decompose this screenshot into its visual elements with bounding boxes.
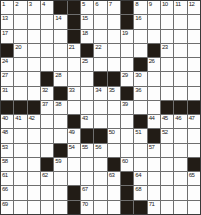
grid-cell[interactable] <box>174 15 186 28</box>
clue-number: 20 <box>15 44 21 50</box>
clue-number: 64 <box>135 172 141 178</box>
clue-number: 54 <box>69 144 75 150</box>
grid-cell[interactable]: 53 <box>1 144 13 157</box>
clue-number: 36 <box>135 87 141 93</box>
black-cell <box>134 58 146 71</box>
grid-cell[interactable]: 55 <box>81 144 93 157</box>
clue-number: 3 <box>29 1 32 7</box>
grid-cell[interactable]: 33 <box>68 87 80 100</box>
grid-cell[interactable] <box>108 15 120 28</box>
clue-number: 25 <box>82 58 88 64</box>
black-cell <box>188 158 200 171</box>
clue-number: 28 <box>55 72 61 78</box>
grid-cell[interactable] <box>161 15 173 28</box>
grid-cell[interactable] <box>14 15 26 28</box>
grid-cell[interactable]: 23 <box>161 44 173 57</box>
grid-cell[interactable] <box>28 129 40 142</box>
clue-number: 23 <box>162 44 168 50</box>
grid-cell[interactable] <box>121 44 133 57</box>
grid-cell[interactable] <box>134 101 146 114</box>
grid-cell[interactable] <box>134 30 146 43</box>
grid-cell[interactable]: 9 <box>148 1 160 14</box>
clue-number: 70 <box>82 201 88 207</box>
grid-cell[interactable] <box>28 58 40 71</box>
grid-cell[interactable]: 43 <box>81 115 93 128</box>
grid-cell[interactable] <box>28 158 40 171</box>
grid-cell[interactable] <box>14 144 26 157</box>
grid-cell[interactable]: 59 <box>54 158 66 171</box>
grid-cell[interactable] <box>94 30 106 43</box>
grid-cell[interactable] <box>68 58 80 71</box>
grid-cell[interactable]: 35 <box>108 87 120 100</box>
grid-cell[interactable] <box>174 44 186 57</box>
grid-cell[interactable] <box>28 72 40 85</box>
grid-cell[interactable] <box>188 186 200 199</box>
grid-cell[interactable] <box>28 201 40 214</box>
grid-cell[interactable]: 49 <box>68 129 80 142</box>
grid-cell[interactable] <box>174 87 186 100</box>
grid-cell[interactable] <box>174 129 186 142</box>
grid-cell[interactable] <box>148 87 160 100</box>
grid-cell[interactable] <box>174 72 186 85</box>
clue-number: 13 <box>2 15 8 21</box>
grid-cell[interactable]: 21 <box>68 44 80 57</box>
clue-number: 44 <box>149 115 155 121</box>
grid-cell[interactable]: 8 <box>134 1 146 14</box>
grid-cell[interactable]: 22 <box>94 44 106 57</box>
black-cell <box>121 1 133 14</box>
grid-cell[interactable] <box>94 186 106 199</box>
clue-number: 32 <box>42 87 48 93</box>
grid-cell[interactable] <box>94 201 106 214</box>
clue-number: 39 <box>122 101 128 107</box>
grid-cell[interactable] <box>14 87 26 100</box>
clue-number: 58 <box>2 158 8 164</box>
clue-number: 7 <box>109 1 112 7</box>
clue-number: 55 <box>82 144 88 150</box>
clue-number: 19 <box>122 30 128 36</box>
grid-cell[interactable]: 54 <box>68 144 80 157</box>
grid-cell[interactable] <box>54 129 66 142</box>
grid-cell[interactable]: 17 <box>1 30 13 43</box>
grid-cell[interactable] <box>148 158 160 171</box>
grid-cell[interactable] <box>28 44 40 57</box>
clue-number: 22 <box>95 44 101 50</box>
grid-cell[interactable]: 37 <box>41 101 53 114</box>
black-cell <box>68 1 80 14</box>
grid-cell[interactable] <box>54 58 66 71</box>
clue-number: 18 <box>82 30 88 36</box>
grid-cell[interactable] <box>174 201 186 214</box>
clue-number: 59 <box>55 158 61 164</box>
grid-cell[interactable]: 10 <box>161 1 173 14</box>
grid-cell[interactable]: 61 <box>1 172 13 185</box>
black-cell <box>41 72 53 85</box>
grid-cell[interactable]: 5 <box>81 1 93 14</box>
clue-number: 61 <box>2 172 8 178</box>
grid-cell[interactable] <box>14 186 26 199</box>
clue-number: 14 <box>55 15 61 21</box>
black-cell <box>121 87 133 100</box>
clue-number: 56 <box>95 144 101 150</box>
grid-cell[interactable]: 68 <box>134 186 146 199</box>
grid-cell[interactable] <box>188 144 200 157</box>
grid-cell[interactable]: 71 <box>148 201 160 214</box>
clue-number: 6 <box>95 1 98 7</box>
grid-cell[interactable]: 46 <box>174 115 186 128</box>
clue-number: 49 <box>69 129 75 135</box>
grid-cell[interactable] <box>174 144 186 157</box>
grid-cell[interactable] <box>174 30 186 43</box>
clue-number: 43 <box>82 115 88 121</box>
grid-cell[interactable] <box>134 158 146 171</box>
grid-cell[interactable] <box>68 72 80 85</box>
clue-number: 16 <box>135 15 141 21</box>
grid-cell[interactable] <box>68 101 80 114</box>
grid-cell[interactable] <box>41 115 53 128</box>
grid-cell[interactable]: 60 <box>121 158 133 171</box>
grid-cell[interactable] <box>81 72 93 85</box>
grid-cell[interactable]: 18 <box>81 30 93 43</box>
grid-cell[interactable] <box>161 87 173 100</box>
grid-cell[interactable]: 56 <box>94 144 106 157</box>
grid-cell[interactable]: 13 <box>1 15 13 28</box>
grid-cell[interactable]: 34 <box>94 87 106 100</box>
grid-cell[interactable]: 6 <box>94 1 106 14</box>
grid-cell[interactable] <box>41 15 53 28</box>
grid-cell[interactable]: 20 <box>14 44 26 57</box>
black-cell <box>68 15 80 28</box>
grid-cell[interactable] <box>54 115 66 128</box>
grid-cell[interactable] <box>188 44 200 57</box>
grid-cell[interactable]: 40 <box>1 115 13 128</box>
clue-number: 66 <box>2 186 8 192</box>
grid-cell[interactable]: 47 <box>188 115 200 128</box>
grid-cell[interactable]: 69 <box>1 201 13 214</box>
grid-cell[interactable]: 62 <box>41 172 53 185</box>
clue-number: 33 <box>69 87 75 93</box>
clue-number: 24 <box>2 58 8 64</box>
grid-cell[interactable] <box>28 144 40 157</box>
grid-cell[interactable]: 4 <box>41 1 53 14</box>
clue-number: 15 <box>82 15 88 21</box>
grid-cell[interactable] <box>188 15 200 28</box>
grid-cell[interactable] <box>41 144 53 157</box>
grid-cell[interactable] <box>108 101 120 114</box>
grid-cell[interactable]: 28 <box>54 72 66 85</box>
grid-cell[interactable] <box>81 172 93 185</box>
black-cell <box>68 201 80 214</box>
grid-cell[interactable] <box>41 186 53 199</box>
grid-cell[interactable]: 25 <box>81 58 93 71</box>
grid-cell[interactable] <box>54 44 66 57</box>
black-cell <box>68 30 80 43</box>
grid-cell[interactable]: 41 <box>14 115 26 128</box>
grid-cell[interactable] <box>14 58 26 71</box>
grid-cell[interactable] <box>161 58 173 71</box>
grid-cell[interactable] <box>108 186 120 199</box>
grid-cell[interactable] <box>41 129 53 142</box>
black-cell <box>94 129 106 142</box>
grid-cell[interactable] <box>121 129 133 142</box>
grid-cell[interactable] <box>148 30 160 43</box>
clue-number: 31 <box>2 87 8 93</box>
grid-cell[interactable]: 42 <box>28 115 40 128</box>
clue-number: 60 <box>122 158 128 164</box>
clue-number: 63 <box>109 172 115 178</box>
grid-cell[interactable] <box>81 87 93 100</box>
black-cell <box>81 129 93 142</box>
clue-number: 46 <box>175 115 181 121</box>
black-cell <box>121 186 133 199</box>
clue-number: 9 <box>149 1 152 7</box>
grid-cell[interactable]: 12 <box>188 1 200 14</box>
black-cell <box>148 129 160 142</box>
clue-number: 2 <box>15 1 18 7</box>
grid-cell[interactable] <box>188 87 200 100</box>
clue-number: 10 <box>162 1 168 7</box>
grid-cell[interactable] <box>14 201 26 214</box>
grid-cell[interactable] <box>94 101 106 114</box>
grid-cell[interactable]: 57 <box>148 144 160 157</box>
clue-number: 26 <box>149 58 155 64</box>
clue-number: 29 <box>122 72 128 78</box>
grid-cell[interactable]: 32 <box>41 87 53 100</box>
grid-cell[interactable]: 45 <box>161 115 173 128</box>
grid-cell[interactable] <box>41 58 53 71</box>
grid-cell[interactable] <box>188 72 200 85</box>
grid-cell[interactable] <box>134 44 146 57</box>
black-cell <box>121 201 133 214</box>
grid-cell[interactable]: 15 <box>81 15 93 28</box>
grid-cell[interactable]: 3 <box>28 1 40 14</box>
grid-cell[interactable] <box>41 30 53 43</box>
grid-cell[interactable]: 24 <box>1 58 13 71</box>
grid-cell[interactable] <box>188 129 200 142</box>
clue-number: 40 <box>2 115 8 121</box>
clue-number: 65 <box>189 172 195 178</box>
clue-number: 12 <box>189 1 195 7</box>
grid-cell[interactable] <box>14 172 26 185</box>
clue-number: 47 <box>189 115 195 121</box>
grid-cell[interactable]: 67 <box>81 186 93 199</box>
grid-cell[interactable] <box>174 172 186 185</box>
grid-cell[interactable] <box>161 72 173 85</box>
grid-cell[interactable]: 52 <box>161 129 173 142</box>
grid-cell[interactable]: 51 <box>134 129 146 142</box>
black-cell <box>174 101 186 114</box>
black-cell <box>148 44 160 57</box>
clue-number: 8 <box>135 1 138 7</box>
clue-number: 69 <box>2 201 8 207</box>
grid-cell[interactable]: 19 <box>121 30 133 43</box>
grid-cell[interactable]: 30 <box>134 72 146 85</box>
clue-number: 71 <box>149 201 155 207</box>
grid-cell[interactable]: 50 <box>108 129 120 142</box>
grid-cell[interactable] <box>188 58 200 71</box>
grid-cell[interactable] <box>188 30 200 43</box>
black-cell <box>94 72 106 85</box>
black-cell <box>134 201 146 214</box>
grid-cell[interactable] <box>148 172 160 185</box>
grid-cell[interactable]: 39 <box>121 101 133 114</box>
grid-cell[interactable] <box>14 129 26 142</box>
grid-cell[interactable]: 66 <box>1 186 13 199</box>
grid-cell[interactable]: 65 <box>188 172 200 185</box>
grid-cell[interactable]: 48 <box>1 129 13 142</box>
grid-cell[interactable] <box>161 158 173 171</box>
grid-cell[interactable] <box>94 158 106 171</box>
grid-cell[interactable] <box>54 172 66 185</box>
grid-cell[interactable] <box>188 201 200 214</box>
black-cell <box>54 1 66 14</box>
clue-number: 67 <box>82 186 88 192</box>
grid-cell[interactable] <box>41 44 53 57</box>
grid-cell[interactable] <box>94 115 106 128</box>
clue-number: 52 <box>162 129 168 135</box>
grid-cell[interactable] <box>68 172 80 185</box>
grid-cell[interactable]: 1 <box>1 1 13 14</box>
grid-cell[interactable]: 44 <box>148 115 160 128</box>
grid-cell[interactable] <box>108 30 120 43</box>
grid-cell[interactable] <box>94 58 106 71</box>
clue-number: 27 <box>2 72 8 78</box>
grid-cell[interactable]: 63 <box>108 172 120 185</box>
black-cell <box>54 87 66 100</box>
black-cell <box>41 158 53 171</box>
grid-cell[interactable]: 2 <box>14 1 26 14</box>
black-cell <box>1 101 13 114</box>
clue-number: 11 <box>175 1 180 7</box>
grid-cell[interactable] <box>14 158 26 171</box>
black-cell <box>121 172 133 185</box>
grid-cell[interactable] <box>14 72 26 85</box>
clue-number: 21 <box>69 44 75 50</box>
black-cell <box>121 15 133 28</box>
grid-cell[interactable] <box>161 201 173 214</box>
clue-number: 41 <box>15 115 21 121</box>
grid-cell[interactable] <box>161 186 173 199</box>
grid-cell[interactable]: 64 <box>134 172 146 185</box>
grid-cell[interactable] <box>161 144 173 157</box>
black-cell <box>28 101 40 114</box>
grid-cell[interactable] <box>94 15 106 28</box>
black-cell <box>188 101 200 114</box>
grid-cell[interactable]: 70 <box>81 201 93 214</box>
clue-number: 48 <box>2 129 8 135</box>
clue-number: 17 <box>2 30 8 36</box>
grid-cell[interactable] <box>54 186 66 199</box>
grid-cell[interactable]: 11 <box>174 1 186 14</box>
grid-cell[interactable] <box>28 186 40 199</box>
grid-cell[interactable] <box>174 186 186 199</box>
clue-number: 68 <box>135 186 141 192</box>
grid-cell[interactable] <box>81 101 93 114</box>
grid-cell[interactable]: 36 <box>134 87 146 100</box>
clue-number: 37 <box>42 101 48 107</box>
clue-number: 62 <box>42 172 48 178</box>
grid-cell[interactable] <box>161 172 173 185</box>
grid-cell[interactable] <box>14 30 26 43</box>
black-cell <box>68 115 80 128</box>
black-cell <box>161 101 173 114</box>
black-cell <box>68 186 80 199</box>
black-cell <box>1 44 13 57</box>
grid-cell[interactable] <box>161 30 173 43</box>
clue-number: 51 <box>135 129 141 135</box>
grid-cell[interactable] <box>108 115 120 128</box>
clue-number: 45 <box>162 115 168 121</box>
grid-cell[interactable] <box>54 30 66 43</box>
grid-cell[interactable] <box>148 15 160 28</box>
black-cell <box>108 72 120 85</box>
black-cell <box>14 101 26 114</box>
grid-cell[interactable] <box>148 101 160 114</box>
grid-cell[interactable]: 29 <box>121 72 133 85</box>
clue-number: 35 <box>109 87 115 93</box>
clue-number: 34 <box>95 87 101 93</box>
grid-cell[interactable] <box>28 87 40 100</box>
grid-cell[interactable] <box>108 44 120 57</box>
grid-cell[interactable]: 38 <box>54 101 66 114</box>
grid-cell[interactable]: 31 <box>1 87 13 100</box>
grid-cell[interactable]: 26 <box>148 58 160 71</box>
grid-cell[interactable]: 7 <box>108 1 120 14</box>
crossword-board: 1234567891011121314151617181920212223242… <box>0 0 201 215</box>
black-cell <box>81 44 93 57</box>
black-cell <box>108 158 120 171</box>
clue-number: 57 <box>149 144 155 150</box>
grid-cell[interactable] <box>54 201 66 214</box>
grid-cell[interactable] <box>28 172 40 185</box>
clue-number: 38 <box>55 101 61 107</box>
clue-number: 50 <box>109 129 115 135</box>
clue-number: 1 <box>2 1 5 7</box>
grid-cell[interactable] <box>28 15 40 28</box>
grid-cell[interactable] <box>68 158 80 171</box>
grid-cell[interactable] <box>108 144 120 157</box>
grid-cell[interactable]: 58 <box>1 158 13 171</box>
grid-cell[interactable]: 16 <box>134 15 146 28</box>
clue-number: 42 <box>29 115 35 121</box>
clue-number: 53 <box>2 144 8 150</box>
grid-cell[interactable] <box>121 115 133 128</box>
grid-cell[interactable] <box>121 144 133 157</box>
grid-cell[interactable] <box>148 72 160 85</box>
grid-cell[interactable] <box>41 201 53 214</box>
clue-number: 5 <box>82 1 85 7</box>
grid-cell[interactable] <box>174 58 186 71</box>
clue-number: 30 <box>135 72 141 78</box>
grid-cell[interactable]: 27 <box>1 72 13 85</box>
grid-cell[interactable] <box>174 158 186 171</box>
grid-cell[interactable] <box>28 30 40 43</box>
grid-cell[interactable] <box>121 58 133 71</box>
grid-cell[interactable] <box>134 144 146 157</box>
grid-cell[interactable] <box>108 58 120 71</box>
black-cell <box>134 115 146 128</box>
black-cell <box>54 144 66 157</box>
clue-number: 4 <box>42 1 45 7</box>
grid-cell[interactable] <box>148 186 160 199</box>
grid-cell[interactable]: 14 <box>54 15 66 28</box>
grid-cell[interactable] <box>81 158 93 171</box>
grid-cell[interactable] <box>108 201 120 214</box>
grid-cell[interactable] <box>94 172 106 185</box>
